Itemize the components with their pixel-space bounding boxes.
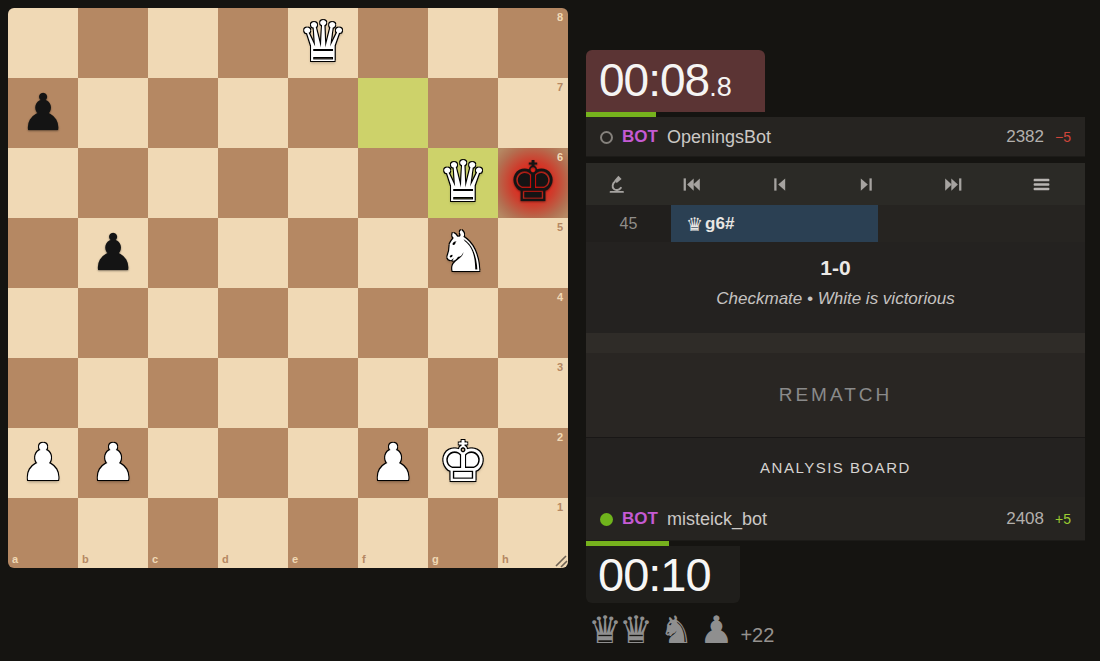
square-b7[interactable] [78,78,148,148]
square-d7[interactable] [218,78,288,148]
result-block: 1-0 Checkmate • White is victorious [586,242,1085,333]
result-message: Checkmate • White is victorious [586,289,1085,309]
top-player-rating-change: −5 [1055,129,1071,145]
square-b3[interactable] [78,358,148,428]
square-b4[interactable] [78,288,148,358]
square-e3[interactable] [288,358,358,428]
square-e2[interactable] [288,428,358,498]
rematch-button[interactable]: REMATCH [586,353,1085,437]
square-f4[interactable] [358,288,428,358]
top-clock-tenths: .8 [709,72,732,103]
bottom-player-rating-change: +5 [1055,511,1071,527]
analysis-microscope-icon[interactable] [586,173,648,195]
bottom-player-title: BOT [622,509,658,529]
board-resize-handle[interactable] [552,552,568,568]
white-color-ring-icon [600,131,613,144]
bottom-player-rating: 2408 [1006,509,1044,529]
rank-label-3: 3 [557,361,563,373]
square-d4[interactable] [218,288,288,358]
square-e6[interactable] [288,148,358,218]
piece-white-pawn-b2[interactable]: ♟ [78,428,148,498]
file-label-g: g [432,553,439,565]
square-d8[interactable] [218,8,288,78]
square-a1[interactable] [8,498,78,568]
square-c1[interactable] [148,498,218,568]
piece-white-queen-g6[interactable]: ♛ [428,148,498,218]
square-c3[interactable] [148,358,218,428]
piece-white-knight-g5[interactable]: ♞ [428,218,498,288]
go-previous-icon[interactable] [735,163,822,205]
rank-label-4: 4 [557,291,563,303]
square-e5[interactable] [288,218,358,288]
file-label-h: h [502,553,509,565]
rank-label-7: 7 [557,81,563,93]
top-player-title: BOT [622,127,658,147]
rank-label-2: 2 [557,431,563,443]
material-advantage: +22 [740,620,774,650]
piece-white-king-g2[interactable]: ♚ [428,428,498,498]
square-b8[interactable] [78,8,148,78]
rank-label-1: 1 [557,501,563,513]
piece-white-pawn-f2[interactable]: ♟ [358,428,428,498]
board[interactable]: 12345678abcdefgh♛♟♛♚♟♞♟♟♟♚ [8,8,568,568]
square-f5[interactable] [358,218,428,288]
go-next-icon[interactable] [823,163,910,205]
square-e7[interactable] [288,78,358,148]
square-f1[interactable] [358,498,428,568]
rank-label-8: 8 [557,11,563,23]
top-player-name[interactable]: OpeningsBot [667,127,771,148]
file-label-d: d [222,553,229,565]
piece-black-pawn-a7[interactable]: ♟ [8,78,78,148]
go-first-icon[interactable] [648,163,735,205]
square-c5[interactable] [148,218,218,288]
captured-material: ♛♛ ♞ ♟ +22 [588,610,774,650]
square-a4[interactable] [8,288,78,358]
analysis-board-button[interactable]: ANALYSIS BOARD [586,437,1085,497]
bottom-player-name[interactable]: misteick_bot [667,509,767,530]
file-label-e: e [292,553,298,565]
square-f7[interactable] [358,78,428,148]
square-g3[interactable] [428,358,498,428]
go-last-icon[interactable] [910,163,997,205]
square-d6[interactable] [218,148,288,218]
move-number: 45 [586,205,671,242]
file-label-b: b [82,553,89,565]
square-g7[interactable] [428,78,498,148]
move-queen-glyph: ♛ [686,213,703,235]
piece-white-queen-e8[interactable]: ♛ [288,8,358,78]
file-label-c: c [152,553,158,565]
game-page: 12345678abcdefgh♛♟♛♚♟♞♟♟♟♚ 00:08.8 BOT O… [0,0,1100,661]
square-a6[interactable] [8,148,78,218]
square-d5[interactable] [218,218,288,288]
menu-icon[interactable] [998,163,1085,205]
replay-toolbar [586,163,1085,205]
bottom-clock-time: 00:10 [598,547,711,602]
bottom-player-clock: 00:10 [586,546,740,603]
square-f3[interactable] [358,358,428,428]
square-f8[interactable] [358,8,428,78]
result-score: 1-0 [586,256,1085,280]
square-c7[interactable] [148,78,218,148]
bottom-player-row: BOT misteick_bot 2408 +5 [586,497,1085,541]
square-a3[interactable] [8,358,78,428]
file-label-a: a [12,553,18,565]
top-player-clock: 00:08.8 [586,50,765,112]
square-c4[interactable] [148,288,218,358]
piece-black-king-h6[interactable]: ♚ [498,148,568,218]
move-list-empty [878,205,1085,242]
online-dot-icon [600,513,613,526]
square-a8[interactable] [8,8,78,78]
square-e1[interactable] [288,498,358,568]
top-clock-time: 00:08 [599,50,709,110]
square-g8[interactable] [428,8,498,78]
active-move[interactable]: ♛ g6# [671,205,878,242]
top-player-row: BOT OpeningsBot 2382 −5 [586,117,1085,157]
rank-label-5: 5 [557,221,563,233]
move-list: 45 ♛ g6# [586,205,1085,242]
square-d3[interactable] [218,358,288,428]
square-g4[interactable] [428,288,498,358]
captured-pieces-glyphs: ♛♛ ♞ ♟ [588,610,730,650]
square-b6[interactable] [78,148,148,218]
square-c6[interactable] [148,148,218,218]
square-c2[interactable] [148,428,218,498]
square-e4[interactable] [288,288,358,358]
square-d2[interactable] [218,428,288,498]
piece-white-pawn-a2[interactable]: ♟ [8,428,78,498]
move-san: g6# [705,214,734,234]
top-player-rating: 2382 [1006,127,1044,147]
square-c8[interactable] [148,8,218,78]
square-f6[interactable] [358,148,428,218]
follow-up-section: REMATCH [586,333,1085,437]
square-a5[interactable] [8,218,78,288]
file-label-f: f [362,553,366,565]
piece-black-pawn-b5[interactable]: ♟ [78,218,148,288]
